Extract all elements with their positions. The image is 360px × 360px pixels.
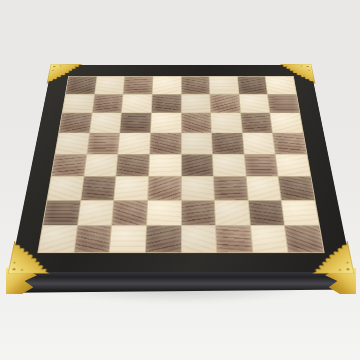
square-r8c5[interactable]: [181, 226, 216, 252]
square-r8c6[interactable]: [216, 226, 252, 252]
square-r3c7[interactable]: [241, 113, 272, 132]
square-r3c4[interactable]: [151, 113, 181, 132]
square-r7c6[interactable]: [215, 201, 250, 226]
square-r6c3[interactable]: [114, 177, 148, 200]
square-r7c4[interactable]: [147, 201, 181, 226]
square-r3c6[interactable]: [211, 113, 242, 132]
square-r6c4[interactable]: [148, 177, 181, 200]
brass-corner-icon: [307, 241, 354, 274]
square-r6c8[interactable]: [279, 177, 315, 200]
square-r5c8[interactable]: [276, 154, 310, 176]
square-r2c7[interactable]: [239, 94, 269, 112]
square-r1c2[interactable]: [95, 77, 125, 94]
square-r5c4[interactable]: [149, 154, 181, 176]
square-r5c5[interactable]: [181, 154, 213, 176]
square-r7c8[interactable]: [282, 201, 319, 226]
square-r4c7[interactable]: [243, 133, 275, 154]
square-r2c6[interactable]: [210, 94, 240, 112]
square-r6c7[interactable]: [246, 177, 281, 200]
square-r7c1[interactable]: [43, 201, 80, 226]
square-r1c6[interactable]: [210, 77, 239, 94]
square-r5c3[interactable]: [117, 154, 150, 176]
square-r5c1[interactable]: [52, 154, 86, 176]
square-r1c4[interactable]: [153, 77, 181, 94]
brass-corner-icon: [280, 64, 316, 84]
square-r7c5[interactable]: [181, 201, 215, 226]
square-r4c6[interactable]: [212, 133, 244, 154]
photo-scene: [0, 0, 360, 360]
square-r7c7[interactable]: [248, 201, 284, 226]
playing-area: [37, 76, 324, 253]
brass-corner-icon: [47, 64, 83, 84]
square-r5c6[interactable]: [213, 154, 246, 176]
brass-corner-icon: [8, 241, 55, 274]
square-r3c5[interactable]: [181, 113, 211, 132]
square-r6c1[interactable]: [47, 177, 83, 200]
square-r3c8[interactable]: [271, 113, 303, 132]
square-r7c3[interactable]: [112, 201, 147, 226]
square-r2c2[interactable]: [92, 94, 122, 112]
chess-board: [10, 65, 352, 272]
square-r1c3[interactable]: [124, 77, 153, 94]
square-r7c2[interactable]: [78, 201, 114, 226]
square-r2c3[interactable]: [122, 94, 152, 112]
square-r2c4[interactable]: [152, 94, 181, 112]
square-r4c3[interactable]: [118, 133, 150, 154]
square-r2c1[interactable]: [63, 94, 94, 112]
square-r1c7[interactable]: [238, 77, 268, 94]
square-r8c7[interactable]: [251, 226, 288, 252]
square-r4c8[interactable]: [273, 133, 306, 154]
square-r3c1[interactable]: [59, 113, 91, 132]
square-r1c5[interactable]: [181, 77, 209, 94]
square-r6c6[interactable]: [214, 177, 248, 200]
square-r5c7[interactable]: [244, 154, 277, 176]
square-r4c1[interactable]: [55, 133, 88, 154]
square-r4c2[interactable]: [87, 133, 119, 154]
square-r4c5[interactable]: [181, 133, 212, 154]
square-r6c5[interactable]: [181, 177, 214, 200]
square-r3c2[interactable]: [90, 113, 121, 132]
square-r8c3[interactable]: [110, 226, 146, 252]
square-r8c4[interactable]: [146, 226, 181, 252]
square-r6c2[interactable]: [81, 177, 116, 200]
square-r5c2[interactable]: [84, 154, 117, 176]
square-r4c4[interactable]: [150, 133, 181, 154]
square-r2c8[interactable]: [268, 94, 299, 112]
square-r3c3[interactable]: [120, 113, 151, 132]
square-r8c2[interactable]: [74, 226, 111, 252]
square-r2c5[interactable]: [181, 94, 210, 112]
